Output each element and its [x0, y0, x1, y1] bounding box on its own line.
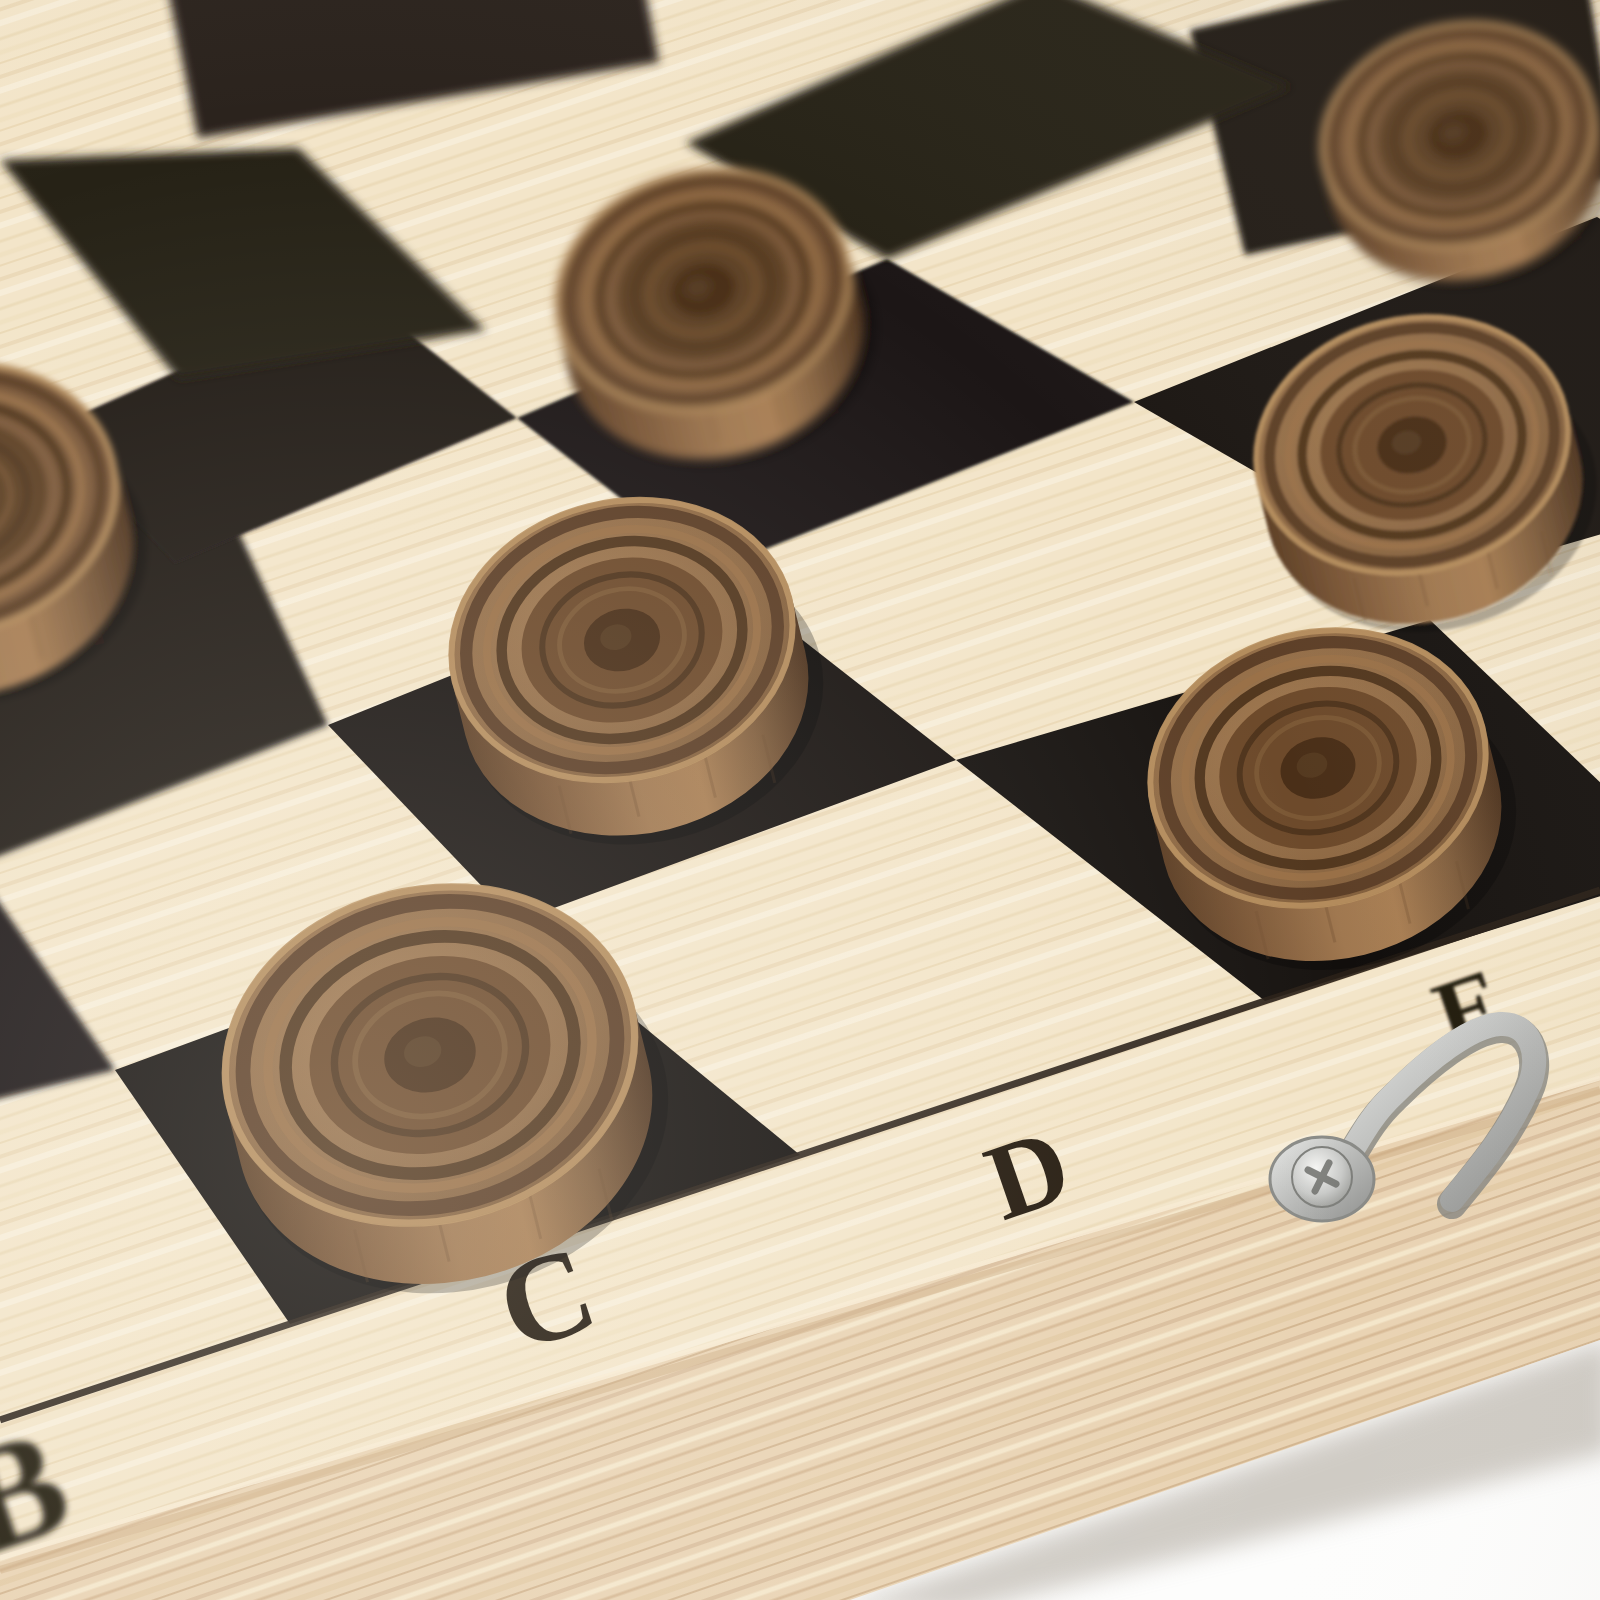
- checkerboard-scene: BCDE: [0, 0, 1600, 1600]
- board-photo: BCDE: [0, 0, 1600, 1600]
